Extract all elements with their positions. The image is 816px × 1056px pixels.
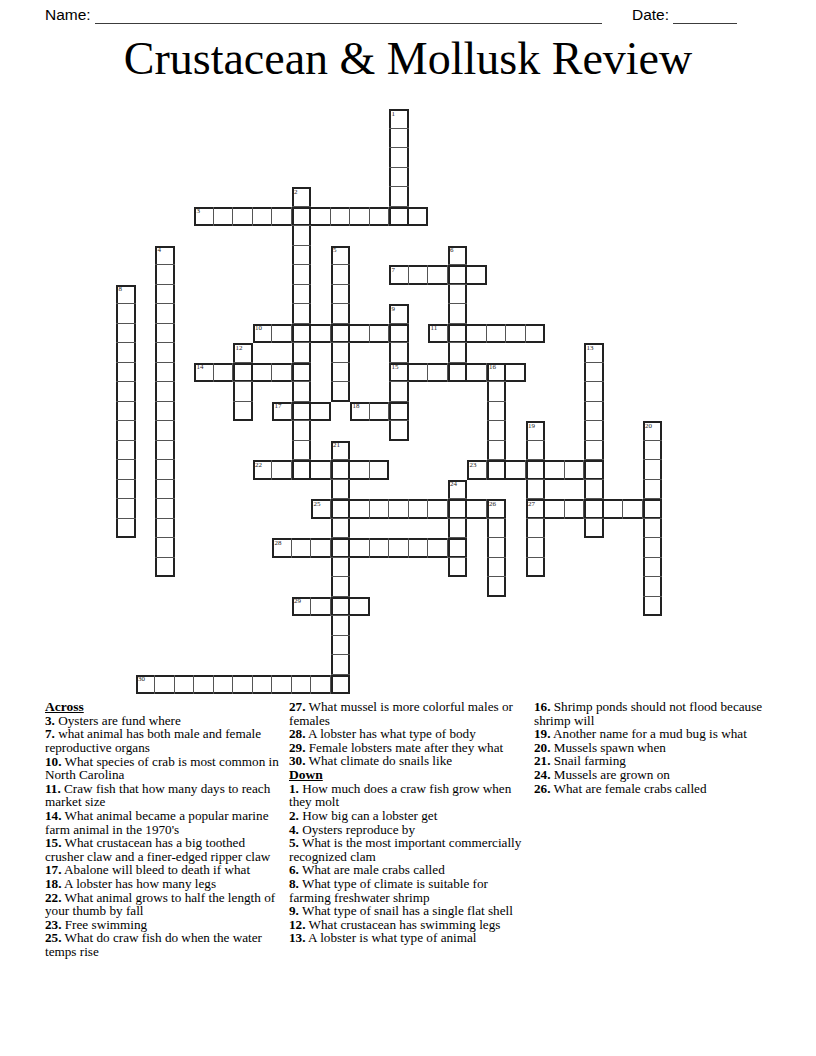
cell-r11-c14[interactable] (389, 324, 409, 344)
cell-r4-c9[interactable] (292, 187, 312, 207)
cell-r21-c24[interactable] (584, 519, 604, 539)
cell-r10-c14[interactable] (389, 304, 409, 324)
cell-r21-c0[interactable] (116, 519, 136, 539)
cell-r11-c2[interactable] (155, 324, 175, 344)
cell-r19-c11[interactable] (331, 480, 351, 500)
down-6-word (448, 246, 468, 383)
down-9-word (389, 304, 409, 441)
cell-r24-c19[interactable] (487, 577, 507, 597)
cell-r11-c21[interactable] (526, 324, 546, 344)
cell-r14-c2[interactable] (155, 382, 175, 402)
cell-r18-c13[interactable] (370, 460, 390, 480)
cell-r22-c16[interactable] (428, 538, 448, 558)
cell-r15-c10[interactable] (311, 402, 331, 422)
cell-r13-c5[interactable] (214, 363, 234, 383)
cell-r20-c14[interactable] (389, 499, 409, 519)
clue-17: 17. Abalone will bleed to death if what (45, 863, 283, 877)
cell-r29-c9[interactable] (292, 675, 312, 695)
cell-r13-c11[interactable] (331, 363, 351, 383)
clue-column-2: 27. What mussel is more colorful males o… (289, 700, 533, 945)
clue-29: 29. Female lobsters mate after they what (289, 741, 533, 755)
cell-r11-c9[interactable] (292, 324, 312, 344)
cell-r22-c19[interactable] (487, 538, 507, 558)
cell-r11-c11[interactable] (331, 324, 351, 344)
cell-r13-c16[interactable] (428, 363, 448, 383)
cell-r10-c17[interactable] (448, 304, 468, 324)
cell-r23-c2[interactable] (155, 558, 175, 578)
cell-r25-c10[interactable] (311, 597, 331, 617)
cell-r22-c8[interactable] (272, 538, 292, 558)
cell-r4-c14[interactable] (389, 187, 409, 207)
cell-r13-c14[interactable] (389, 363, 409, 383)
cell-r11-c10[interactable] (311, 324, 331, 344)
cell-r13-c0[interactable] (116, 363, 136, 383)
cell-r23-c11[interactable] (331, 558, 351, 578)
across-30-word (136, 675, 351, 695)
down-21-word (331, 441, 351, 695)
cell-r10-c9[interactable] (292, 304, 312, 324)
cell-r21-c21[interactable] (526, 519, 546, 539)
down-8-word (116, 285, 136, 539)
cell-r3-c14[interactable] (389, 168, 409, 188)
down-13-word (584, 343, 604, 538)
cell-r22-c2[interactable] (155, 538, 175, 558)
cell-r22-c11[interactable] (331, 538, 351, 558)
cell-r29-c7[interactable] (253, 675, 273, 695)
cell-r20-c10[interactable] (311, 499, 331, 519)
cell-r17-c9[interactable] (292, 441, 312, 461)
clue-11: 11. Craw fish that how many days to reac… (45, 782, 283, 809)
date-input-line[interactable] (673, 8, 737, 24)
cell-r10-c2[interactable] (155, 304, 175, 324)
down-2-word (292, 187, 312, 480)
cell-r18-c24[interactable] (584, 460, 604, 480)
cell-r17-c2[interactable] (155, 441, 175, 461)
cell-r15-c19[interactable] (487, 402, 507, 422)
cell-r17-c11[interactable] (331, 441, 351, 461)
cell-r5-c10[interactable] (311, 207, 331, 227)
cell-r18-c10[interactable] (311, 460, 331, 480)
crossword-grid: 3710111415171822232527282930124568912131… (116, 109, 662, 694)
cell-r8-c11[interactable] (331, 265, 351, 285)
cell-r22-c10[interactable] (311, 538, 331, 558)
cell-r16-c9[interactable] (292, 421, 312, 441)
cell-r5-c5[interactable] (214, 207, 234, 227)
cell-r16-c0[interactable] (116, 421, 136, 441)
cell-r20-c24[interactable] (584, 499, 604, 519)
cell-r15-c6[interactable] (233, 402, 253, 422)
cell-r17-c24[interactable] (584, 441, 604, 461)
cell-r28-c11[interactable] (331, 655, 351, 675)
cell-r16-c2[interactable] (155, 421, 175, 441)
name-date-row: Name: Date: (45, 4, 737, 24)
down-20-word (643, 421, 663, 616)
cell-r22-c12[interactable] (350, 538, 370, 558)
cell-r12-c6[interactable] (233, 343, 253, 363)
cell-r20-c25[interactable] (604, 499, 624, 519)
cell-r5-c13[interactable] (370, 207, 390, 227)
clue-15: 15. What crustacean has a big toothed cr… (45, 836, 283, 863)
cell-r11-c0[interactable] (116, 324, 136, 344)
clue-23: 23. Free swimming (45, 918, 283, 932)
cell-r15-c9[interactable] (292, 402, 312, 422)
cell-r7-c11[interactable] (331, 246, 351, 266)
cell-r19-c21[interactable] (526, 480, 546, 500)
cell-r29-c1[interactable] (136, 675, 156, 695)
across-7-word (389, 265, 487, 285)
cell-r29-c2[interactable] (155, 675, 175, 695)
cell-r21-c19[interactable] (487, 519, 507, 539)
cell-r20-c15[interactable] (409, 499, 429, 519)
cell-r10-c11[interactable] (331, 304, 351, 324)
cell-r26-c11[interactable] (331, 616, 351, 636)
cell-r20-c11[interactable] (331, 499, 351, 519)
down-4-word (155, 246, 175, 578)
clue-1: 1. How much does a craw fish grow when t… (289, 782, 533, 809)
cell-r8-c16[interactable] (428, 265, 448, 285)
cell-r13-c8[interactable] (272, 363, 292, 383)
cell-r15-c14[interactable] (389, 402, 409, 422)
clue-column-3: 16. Shrimp ponds should not flood becaus… (534, 700, 786, 795)
cell-r22-c27[interactable] (643, 538, 663, 558)
cell-r20-c12[interactable] (350, 499, 370, 519)
clue-25: 25. What do craw fish do when the water … (45, 931, 283, 958)
cell-r5-c4[interactable] (194, 207, 214, 227)
cell-r17-c21[interactable] (526, 441, 546, 461)
cell-r20-c17[interactable] (448, 499, 468, 519)
cell-r23-c21[interactable] (526, 558, 546, 578)
cell-r13-c4[interactable] (194, 363, 214, 383)
clue-27: 27. What mussel is more colorful males o… (289, 700, 533, 727)
down-12-word (233, 343, 253, 421)
cell-r20-c19[interactable] (487, 499, 507, 519)
cell-r11-c8[interactable] (272, 324, 292, 344)
cell-r13-c17[interactable] (448, 363, 468, 383)
cell-r14-c14[interactable] (389, 382, 409, 402)
cell-r11-c16[interactable] (428, 324, 448, 344)
cell-r12-c14[interactable] (389, 343, 409, 363)
down-24-word (448, 480, 468, 578)
cell-r12-c9[interactable] (292, 343, 312, 363)
cell-r29-c11[interactable] (331, 675, 351, 695)
cell-r29-c5[interactable] (214, 675, 234, 695)
cell-r18-c19[interactable] (487, 460, 507, 480)
cell-r29-c10[interactable] (311, 675, 331, 695)
cell-r17-c0[interactable] (116, 441, 136, 461)
across-header: Across (45, 700, 283, 714)
cell-r12-c11[interactable] (331, 343, 351, 363)
cell-r18-c22[interactable] (545, 460, 565, 480)
cell-r11-c19[interactable] (487, 324, 507, 344)
cell-r17-c27[interactable] (643, 441, 663, 461)
cell-r8-c18[interactable] (467, 265, 487, 285)
cell-r5-c6[interactable] (233, 207, 253, 227)
clue-5: 5. What is the most important commercial… (289, 836, 533, 863)
cell-r20-c23[interactable] (565, 499, 585, 519)
cell-r18-c23[interactable] (565, 460, 585, 480)
cell-r20-c18[interactable] (467, 499, 487, 519)
cell-r10-c0[interactable] (116, 304, 136, 324)
clue-19: 19. Another name for a mud bug is what (534, 727, 786, 741)
down-16-word (487, 363, 507, 480)
across-22-word (253, 460, 390, 480)
cell-r9-c0[interactable] (116, 285, 136, 305)
clue-7: 7. what animal has both male and female … (45, 727, 283, 754)
cell-r15-c12[interactable] (350, 402, 370, 422)
cell-r13-c18[interactable] (467, 363, 487, 383)
cell-r23-c27[interactable] (643, 558, 663, 578)
cell-r5-c7[interactable] (253, 207, 273, 227)
cell-r13-c6[interactable] (233, 363, 253, 383)
cell-r29-c3[interactable] (175, 675, 195, 695)
cell-r15-c8[interactable] (272, 402, 292, 422)
clue-8: 8. What type of climate is suitable for … (289, 877, 533, 904)
cell-r13-c24[interactable] (584, 363, 604, 383)
down-19-word (526, 421, 546, 577)
clue-21: 21. Snail farming (534, 754, 786, 768)
cell-r7-c9[interactable] (292, 246, 312, 266)
cell-r8-c9[interactable] (292, 265, 312, 285)
cell-r18-c2[interactable] (155, 460, 175, 480)
cell-r13-c15[interactable] (409, 363, 429, 383)
clue-18: 18. A lobster has how many legs (45, 877, 283, 891)
clue-26: 26. What are female crabs called (534, 782, 786, 796)
cell-r21-c2[interactable] (155, 519, 175, 539)
cell-r15-c0[interactable] (116, 402, 136, 422)
cell-r24-c27[interactable] (643, 577, 663, 597)
cell-r17-c19[interactable] (487, 441, 507, 461)
cell-r25-c9[interactable] (292, 597, 312, 617)
cell-r9-c17[interactable] (448, 285, 468, 305)
clue-9: 9. What type of snail has a single flat … (289, 904, 533, 918)
clue-13: 13. A lobster is what type of animal (289, 931, 533, 945)
cell-r29-c4[interactable] (194, 675, 214, 695)
cell-r18-c11[interactable] (331, 460, 351, 480)
cell-r12-c0[interactable] (116, 343, 136, 363)
down-header: Down (289, 768, 533, 782)
cell-r18-c9[interactable] (292, 460, 312, 480)
cell-r20-c21[interactable] (526, 499, 546, 519)
cell-r18-c21[interactable] (526, 460, 546, 480)
cell-r25-c12[interactable] (350, 597, 370, 617)
cell-r12-c24[interactable] (584, 343, 604, 363)
clue-column-1: Across3. Oysters are fund where7. what a… (45, 700, 283, 959)
cell-r22-c13[interactable] (370, 538, 390, 558)
cell-r18-c0[interactable] (116, 460, 136, 480)
cell-r9-c9[interactable] (292, 285, 312, 305)
cell-r22-c14[interactable] (389, 538, 409, 558)
cell-r20-c0[interactable] (116, 499, 136, 519)
cell-r14-c11[interactable] (331, 382, 351, 402)
cell-r11-c13[interactable] (370, 324, 390, 344)
cell-r15-c13[interactable] (370, 402, 390, 422)
cell-r11-c17[interactable] (448, 324, 468, 344)
cell-r29-c6[interactable] (233, 675, 253, 695)
cell-r18-c12[interactable] (350, 460, 370, 480)
cell-r20-c27[interactable] (643, 499, 663, 519)
cell-r13-c9[interactable] (292, 363, 312, 383)
across-11-word (428, 324, 545, 344)
clue-30: 30. What climate do snails like (289, 754, 533, 768)
cell-r15-c24[interactable] (584, 402, 604, 422)
clue-2: 2. How big can a lobster get (289, 809, 533, 823)
cell-r11-c20[interactable] (506, 324, 526, 344)
page-title: Crustacean & Mollusk Review (0, 33, 816, 86)
cell-r27-c11[interactable] (331, 636, 351, 656)
cell-r13-c2[interactable] (155, 363, 175, 383)
cell-r20-c26[interactable] (623, 499, 643, 519)
down-26-word (487, 499, 507, 597)
cell-r22-c21[interactable] (526, 538, 546, 558)
cell-r11-c18[interactable] (467, 324, 487, 344)
cell-r5-c12[interactable] (350, 207, 370, 227)
cell-r13-c19[interactable] (487, 363, 507, 383)
cell-r24-c11[interactable] (331, 577, 351, 597)
clue-3: 3. Oysters are fund where (45, 714, 283, 728)
date-label: Date: (632, 6, 673, 24)
cell-r18-c8[interactable] (272, 460, 292, 480)
cell-r18-c20[interactable] (506, 460, 526, 480)
clue-14: 14. What animal became a popular marine … (45, 809, 283, 836)
clue-12: 12. What crustacean has swimming legs (289, 918, 533, 932)
cell-r8-c17[interactable] (448, 265, 468, 285)
cell-r1-c14[interactable] (389, 129, 409, 149)
cell-r20-c16[interactable] (428, 499, 448, 519)
cell-r16-c19[interactable] (487, 421, 507, 441)
cell-r21-c17[interactable] (448, 519, 468, 539)
cell-r13-c7[interactable] (253, 363, 273, 383)
cell-r13-c20[interactable] (506, 363, 526, 383)
cell-r5-c8[interactable] (272, 207, 292, 227)
cell-r8-c15[interactable] (409, 265, 429, 285)
cell-r16-c21[interactable] (526, 421, 546, 441)
down-5-word (331, 246, 351, 402)
cell-r12-c17[interactable] (448, 343, 468, 363)
cell-r19-c24[interactable] (584, 480, 604, 500)
cell-r29-c8[interactable] (272, 675, 292, 695)
cell-r25-c27[interactable] (643, 597, 663, 617)
cell-r16-c24[interactable] (584, 421, 604, 441)
down-1-word (389, 109, 409, 226)
cell-r0-c14[interactable] (389, 109, 409, 129)
cell-r8-c14[interactable] (389, 265, 409, 285)
cell-r20-c13[interactable] (370, 499, 390, 519)
cell-r16-c27[interactable] (643, 421, 663, 441)
cell-r22-c17[interactable] (448, 538, 468, 558)
cell-r14-c9[interactable] (292, 382, 312, 402)
cell-r19-c17[interactable] (448, 480, 468, 500)
cell-r5-c14[interactable] (389, 207, 409, 227)
cell-r9-c11[interactable] (331, 285, 351, 305)
cell-r8-c2[interactable] (155, 265, 175, 285)
cell-r7-c17[interactable] (448, 246, 468, 266)
cell-r23-c19[interactable] (487, 558, 507, 578)
name-input-line[interactable] (95, 8, 602, 24)
clue-22: 22. What animal grows to half the length… (45, 891, 283, 918)
clue-20: 20. Mussels spawn when (534, 741, 786, 755)
clue-16: 16. Shrimp ponds should not flood becaus… (534, 700, 786, 727)
cell-r19-c2[interactable] (155, 480, 175, 500)
cell-r5-c11[interactable] (331, 207, 351, 227)
cell-r5-c9[interactable] (292, 207, 312, 227)
cell-r6-c9[interactable] (292, 226, 312, 246)
clue-6: 6. What are male crabs called (289, 863, 533, 877)
cell-r18-c27[interactable] (643, 460, 663, 480)
clue-28: 28. A lobster has what type of body (289, 727, 533, 741)
cell-r25-c11[interactable] (331, 597, 351, 617)
cell-r9-c2[interactable] (155, 285, 175, 305)
cell-r18-c18[interactable] (467, 460, 487, 480)
cell-r22-c15[interactable] (409, 538, 429, 558)
cell-r14-c19[interactable] (487, 382, 507, 402)
cell-r2-c14[interactable] (389, 148, 409, 168)
clue-4: 4. Oysters reproduce by (289, 823, 533, 837)
cell-r16-c14[interactable] (389, 421, 409, 441)
cell-r11-c7[interactable] (253, 324, 273, 344)
cell-r19-c0[interactable] (116, 480, 136, 500)
cell-r18-c7[interactable] (253, 460, 273, 480)
cell-r20-c22[interactable] (545, 499, 565, 519)
cell-r23-c17[interactable] (448, 558, 468, 578)
cell-r21-c11[interactable] (331, 519, 351, 539)
name-label: Name: (45, 6, 95, 24)
clue-10: 10. What species of crab is most common … (45, 755, 283, 782)
cell-r7-c2[interactable] (155, 246, 175, 266)
cell-r14-c0[interactable] (116, 382, 136, 402)
cell-r5-c15[interactable] (409, 207, 429, 227)
cell-r22-c9[interactable] (292, 538, 312, 558)
across-28-word (272, 538, 467, 558)
cell-r14-c6[interactable] (233, 382, 253, 402)
clue-24: 24. Mussels are grown on (534, 768, 786, 782)
cell-r14-c24[interactable] (584, 382, 604, 402)
cell-r20-c2[interactable] (155, 499, 175, 519)
cell-r15-c2[interactable] (155, 402, 175, 422)
cell-r12-c2[interactable] (155, 343, 175, 363)
cell-r21-c27[interactable] (643, 519, 663, 539)
cell-r19-c27[interactable] (643, 480, 663, 500)
cell-r11-c12[interactable] (350, 324, 370, 344)
